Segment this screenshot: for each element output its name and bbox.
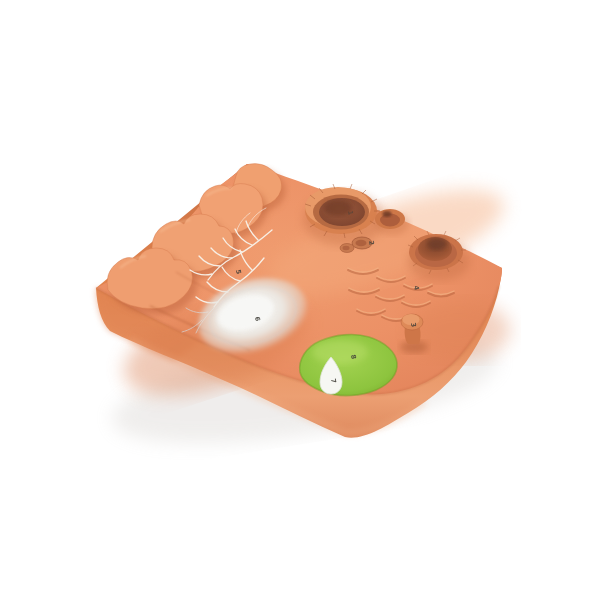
anatomical-model-photo: 1 2 3 4 5 6 7 8 [0,0,600,600]
green-plaque [300,334,397,395]
photo-canvas: 1 2 3 4 5 6 7 8 [0,0,600,600]
large-crater-lesion [303,184,385,246]
